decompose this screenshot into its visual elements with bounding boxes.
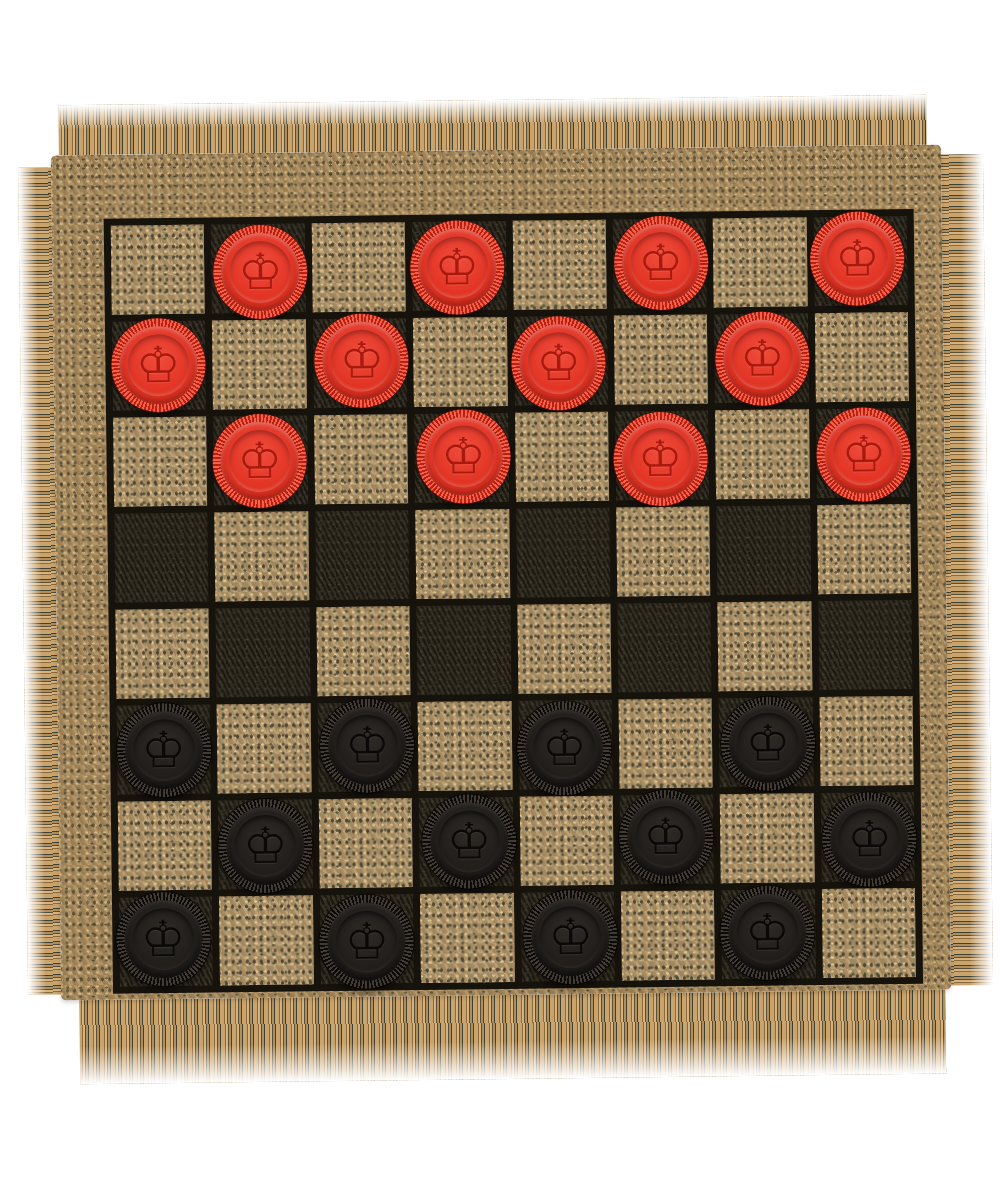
crown-emboss-icon: ♔	[345, 720, 390, 771]
square-r2c3[interactable]: ♔	[313, 318, 407, 408]
square-r4c5[interactable]	[516, 508, 610, 598]
crown-emboss-icon: ♔	[542, 722, 587, 773]
crown-emboss-icon: ♔	[745, 718, 790, 769]
crown-emboss-icon: ♔	[536, 338, 581, 389]
square-r7c8[interactable]: ♔	[820, 792, 914, 882]
crown-emboss-icon: ♔	[135, 339, 180, 390]
crown-emboss-icon: ♔	[238, 246, 283, 297]
square-r7c4[interactable]: ♔	[419, 797, 513, 887]
square-r5c8[interactable]	[818, 600, 912, 690]
square-r5c6[interactable]	[617, 602, 711, 692]
square-r7c6[interactable]: ♔	[620, 794, 714, 884]
square-r1c1[interactable]	[111, 225, 205, 315]
square-r2c7[interactable]: ♔	[714, 313, 808, 403]
square-r4c2[interactable]	[215, 511, 309, 601]
crown-emboss-icon: ♔	[847, 814, 892, 865]
crown-emboss-icon: ♔	[548, 911, 593, 962]
square-r1c3[interactable]	[311, 222, 405, 312]
black-checker[interactable]: ♔	[618, 789, 713, 884]
crown-emboss-icon: ♔	[237, 435, 282, 486]
crown-emboss-icon: ♔	[745, 907, 790, 958]
square-r3c6[interactable]: ♔	[615, 410, 709, 500]
square-r6c3[interactable]: ♔	[317, 702, 411, 792]
red-checker[interactable]: ♔	[613, 215, 708, 310]
red-checker[interactable]: ♔	[213, 224, 308, 319]
red-checker[interactable]: ♔	[511, 315, 606, 410]
crown-emboss-icon: ♔	[141, 724, 186, 775]
square-r5c2[interactable]	[216, 607, 310, 697]
square-r1c5[interactable]	[512, 220, 606, 310]
square-r2c8[interactable]	[814, 312, 908, 402]
checkers-board: ♔♔♔♔♔♔♔♔♔♔♔♔♔♔♔♔♔♔♔♔♔♔♔♔	[104, 209, 923, 994]
crown-emboss-icon: ♔	[140, 913, 185, 964]
square-r3c2[interactable]: ♔	[213, 415, 307, 505]
square-r5c5[interactable]	[517, 604, 611, 694]
crown-emboss-icon: ♔	[434, 242, 479, 293]
crown-emboss-icon: ♔	[441, 431, 486, 482]
red-checker[interactable]: ♔	[314, 313, 409, 408]
red-checker[interactable]: ♔	[810, 211, 905, 306]
square-r3c3[interactable]	[314, 414, 408, 504]
red-checker[interactable]: ♔	[715, 311, 810, 406]
rug-fringe-bottom	[79, 990, 946, 1085]
red-checker[interactable]: ♔	[613, 411, 708, 506]
crown-emboss-icon: ♔	[643, 811, 688, 862]
square-r5c4[interactable]	[417, 605, 511, 695]
square-r4c6[interactable]	[616, 506, 710, 596]
square-r2c5[interactable]: ♔	[513, 316, 607, 406]
square-r7c1[interactable]	[118, 801, 212, 891]
square-r2c4[interactable]	[413, 317, 507, 407]
square-r3c4[interactable]: ♔	[414, 413, 508, 503]
crown-emboss-icon: ♔	[339, 335, 384, 386]
square-r5c7[interactable]	[718, 601, 812, 691]
crown-emboss-icon: ♔	[344, 916, 389, 967]
square-r3c7[interactable]	[715, 409, 809, 499]
square-r5c1[interactable]	[115, 609, 209, 699]
square-r8c2[interactable]	[219, 895, 313, 985]
red-checker[interactable]: ♔	[212, 413, 307, 508]
square-r6c7[interactable]: ♔	[719, 697, 813, 787]
square-r3c1[interactable]	[113, 417, 207, 507]
square-r6c5[interactable]: ♔	[518, 700, 612, 790]
black-checker[interactable]: ♔	[517, 700, 612, 795]
square-r6c4[interactable]	[418, 701, 512, 791]
rug-body: ♔♔♔♔♔♔♔♔♔♔♔♔♔♔♔♔♔♔♔♔♔♔♔♔	[51, 145, 951, 1001]
square-r1c6[interactable]: ♔	[613, 218, 707, 308]
square-r1c2[interactable]: ♔	[211, 223, 305, 313]
square-r8c1[interactable]: ♔	[119, 897, 213, 987]
crown-emboss-icon: ♔	[638, 237, 683, 288]
crown-emboss-icon: ♔	[740, 333, 785, 384]
square-r7c2[interactable]: ♔	[218, 799, 312, 889]
square-r3c5[interactable]	[515, 412, 609, 502]
red-checker[interactable]: ♔	[111, 317, 206, 412]
black-checker[interactable]: ♔	[422, 793, 517, 888]
square-r6c2[interactable]	[217, 703, 311, 793]
square-r8c4[interactable]	[420, 893, 514, 983]
square-r3c8[interactable]: ♔	[816, 408, 910, 498]
square-r1c8[interactable]: ♔	[813, 216, 907, 306]
square-r6c6[interactable]	[618, 698, 712, 788]
square-r2c6[interactable]	[614, 314, 708, 404]
square-r1c4[interactable]: ♔	[412, 221, 506, 311]
black-checker[interactable]: ♔	[218, 798, 313, 893]
black-checker[interactable]: ♔	[720, 885, 815, 980]
red-checker[interactable]: ♔	[410, 219, 505, 314]
square-r4c7[interactable]	[716, 505, 810, 595]
square-r4c4[interactable]	[415, 509, 509, 599]
square-r7c3[interactable]	[319, 798, 413, 888]
square-r2c1[interactable]: ♔	[112, 321, 206, 411]
square-r4c3[interactable]	[315, 510, 409, 600]
black-checker[interactable]: ♔	[523, 889, 618, 984]
square-r4c1[interactable]	[114, 513, 208, 603]
square-r8c8[interactable]	[822, 888, 916, 978]
square-r2c2[interactable]	[212, 319, 306, 409]
crown-emboss-icon: ♔	[446, 816, 491, 867]
square-r8c7[interactable]: ♔	[721, 889, 815, 979]
crown-emboss-icon: ♔	[637, 433, 682, 484]
square-r8c6[interactable]	[621, 890, 715, 980]
square-r8c5[interactable]: ♔	[520, 892, 614, 982]
product-photo-page: ♔♔♔♔♔♔♔♔♔♔♔♔♔♔♔♔♔♔♔♔♔♔♔♔	[0, 0, 1000, 1200]
black-checker[interactable]: ♔	[320, 698, 415, 793]
square-r6c1[interactable]: ♔	[117, 705, 211, 795]
crown-emboss-icon: ♔	[841, 429, 886, 480]
square-r4c8[interactable]	[817, 504, 911, 594]
square-r7c7[interactable]	[720, 793, 814, 883]
black-checker[interactable]: ♔	[720, 696, 815, 791]
checkers-rug: ♔♔♔♔♔♔♔♔♔♔♔♔♔♔♔♔♔♔♔♔♔♔♔♔	[51, 145, 951, 1001]
crown-emboss-icon: ♔	[243, 820, 288, 871]
crown-emboss-icon: ♔	[835, 233, 880, 284]
black-checker[interactable]: ♔	[116, 891, 211, 986]
square-r1c7[interactable]	[713, 217, 807, 307]
black-checker[interactable]: ♔	[319, 894, 414, 989]
black-checker[interactable]: ♔	[822, 791, 917, 886]
square-r5c3[interactable]	[316, 606, 410, 696]
square-r8c3[interactable]: ♔	[320, 894, 414, 984]
red-checker[interactable]: ♔	[816, 406, 911, 501]
square-r7c5[interactable]	[519, 796, 613, 886]
black-checker[interactable]: ♔	[116, 702, 211, 797]
square-r6c8[interactable]	[819, 696, 913, 786]
red-checker[interactable]: ♔	[416, 408, 511, 503]
